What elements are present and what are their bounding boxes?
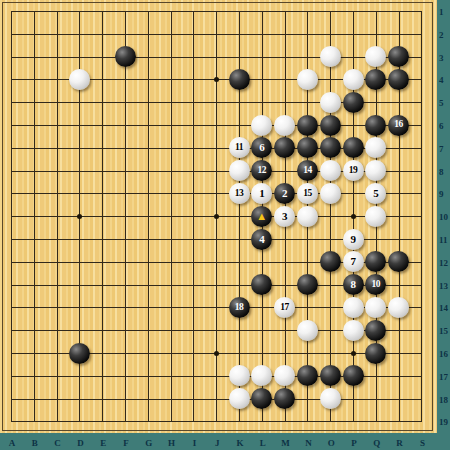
black-stone-K4[interactable]	[229, 69, 250, 90]
column-label-G: G	[145, 438, 152, 448]
column-label-M: M	[281, 438, 290, 448]
white-stone-O3[interactable]	[320, 46, 341, 67]
black-stone-P5[interactable]	[343, 92, 364, 113]
white-stone-P8[interactable]: 19	[343, 160, 364, 181]
black-stone-M9[interactable]: 2	[274, 183, 295, 204]
row-label-19: 19	[439, 417, 448, 427]
column-label-R: R	[396, 438, 403, 448]
white-stone-N9[interactable]: 15	[297, 183, 318, 204]
move-number-label: 13	[235, 189, 244, 199]
black-stone-O7[interactable]	[320, 137, 341, 158]
row-label-6: 6	[439, 121, 444, 131]
move-number-label: 18	[235, 303, 244, 313]
row-label-10: 10	[439, 212, 448, 222]
white-stone-O8[interactable]	[320, 160, 341, 181]
move-number-label: 17	[280, 303, 289, 313]
white-stone-P12[interactable]: 7	[343, 251, 364, 272]
white-stone-Q10[interactable]	[365, 206, 386, 227]
column-label-A: A	[9, 438, 16, 448]
row-label-1: 1	[439, 7, 444, 17]
go-board[interactable]: 161161214191312155▲34978101817	[0, 0, 437, 433]
white-stone-O5[interactable]	[320, 92, 341, 113]
row-label-7: 7	[439, 144, 444, 154]
white-stone-K18[interactable]	[229, 388, 250, 409]
white-stone-R14[interactable]	[388, 297, 409, 318]
black-stone-O17[interactable]	[320, 365, 341, 386]
row-label-14: 14	[439, 303, 448, 313]
column-label-E: E	[100, 438, 106, 448]
move-number-label: 8	[351, 279, 356, 290]
white-stone-O18[interactable]	[320, 388, 341, 409]
column-label-D: D	[77, 438, 84, 448]
column-label-Q: Q	[373, 438, 380, 448]
white-stone-M6[interactable]	[274, 115, 295, 136]
white-stone-N4[interactable]	[297, 69, 318, 90]
black-stone-N8[interactable]: 14	[297, 160, 318, 181]
column-label-J: J	[215, 438, 220, 448]
column-label-S: S	[420, 438, 425, 448]
move-number-label: 15	[303, 189, 312, 199]
white-stone-O9[interactable]	[320, 183, 341, 204]
white-stone-N10[interactable]	[297, 206, 318, 227]
column-label-I: I	[193, 438, 197, 448]
row-label-15: 15	[439, 326, 448, 336]
white-stone-P4[interactable]	[343, 69, 364, 90]
row-label-11: 11	[439, 235, 448, 245]
black-stone-P7[interactable]	[343, 137, 364, 158]
white-stone-P14[interactable]	[343, 297, 364, 318]
black-stone-N13[interactable]	[297, 274, 318, 295]
column-label-K: K	[236, 438, 243, 448]
white-stone-K7[interactable]: 11	[229, 137, 250, 158]
black-stone-L10[interactable]: ▲	[251, 206, 272, 227]
black-stone-Q6[interactable]	[365, 115, 386, 136]
black-stone-P13[interactable]: 8	[343, 274, 364, 295]
row-label-5: 5	[439, 98, 444, 108]
white-stone-K9[interactable]: 13	[229, 183, 250, 204]
black-stone-O12[interactable]	[320, 251, 341, 272]
row-label-18: 18	[439, 395, 448, 405]
move-number-label: 12	[258, 166, 267, 176]
column-label-O: O	[328, 438, 335, 448]
move-number-label: 3	[282, 211, 287, 222]
black-stone-L11[interactable]: 4	[251, 229, 272, 250]
column-label-H: H	[168, 438, 175, 448]
move-number-label: 1	[259, 188, 264, 199]
black-stone-P17[interactable]	[343, 365, 364, 386]
black-stone-N6[interactable]	[297, 115, 318, 136]
white-stone-K8[interactable]	[229, 160, 250, 181]
black-stone-O6[interactable]	[320, 115, 341, 136]
row-label-4: 4	[439, 75, 444, 85]
white-stone-K17[interactable]	[229, 365, 250, 386]
black-stone-Q16[interactable]	[365, 343, 386, 364]
row-label-16: 16	[439, 349, 448, 359]
row-label-9: 9	[439, 189, 444, 199]
column-label-B: B	[32, 438, 38, 448]
white-stone-D4[interactable]	[69, 69, 90, 90]
move-number-label: 16	[394, 120, 403, 130]
white-stone-M10[interactable]: 3	[274, 206, 295, 227]
column-label-C: C	[54, 438, 61, 448]
row-label-2: 2	[439, 30, 444, 40]
column-label-L: L	[260, 438, 266, 448]
black-stone-R4[interactable]	[388, 69, 409, 90]
grid-line-horizontal	[11, 399, 422, 400]
row-label-13: 13	[439, 281, 448, 291]
go-client-board-panel: 161161214191312155▲34978101817 ABCDEFGHI…	[0, 0, 450, 450]
column-label-F: F	[123, 438, 129, 448]
move-number-label: 11	[235, 143, 243, 153]
move-number-label: 2	[282, 188, 287, 199]
move-number-label: 10	[372, 280, 381, 290]
move-number-label: 6	[259, 142, 264, 153]
move-number-label: 4	[259, 234, 264, 245]
row-label-12: 12	[439, 258, 448, 268]
row-label-3: 3	[439, 53, 444, 63]
white-stone-P11[interactable]: 9	[343, 229, 364, 250]
white-stone-L6[interactable]	[251, 115, 272, 136]
black-stone-K14[interactable]: 18	[229, 297, 250, 318]
column-label-N: N	[305, 438, 312, 448]
move-number-label: 7	[351, 256, 356, 267]
white-stone-P15[interactable]	[343, 320, 364, 341]
white-stone-M14[interactable]: 17	[274, 297, 295, 318]
move-number-label: 5	[373, 188, 378, 199]
white-stone-N15[interactable]	[297, 320, 318, 341]
move-number-label: 9	[351, 234, 356, 245]
star-point	[351, 351, 356, 356]
grid-line-horizontal	[11, 421, 422, 422]
black-stone-D16[interactable]	[69, 343, 90, 364]
move-number-label: 14	[303, 166, 312, 176]
move-number-label: 19	[349, 166, 358, 176]
column-label-P: P	[351, 438, 357, 448]
grid-line-vertical	[421, 11, 422, 422]
triangle-mark-icon: ▲	[251, 206, 272, 227]
row-label-8: 8	[439, 167, 444, 177]
black-stone-Q15[interactable]	[365, 320, 386, 341]
row-label-17: 17	[439, 372, 448, 382]
black-stone-R6[interactable]: 16	[388, 115, 409, 136]
black-stone-F3[interactable]	[115, 46, 136, 67]
grid-line-vertical	[330, 11, 331, 422]
